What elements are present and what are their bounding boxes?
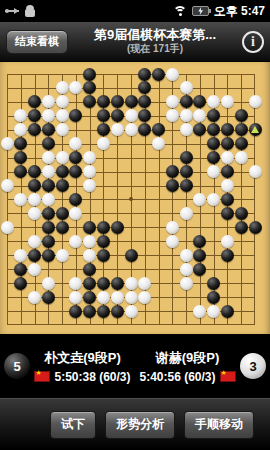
white-stone [249,165,262,178]
black-stone [83,305,96,318]
white-stone [166,68,179,81]
black-stone [56,165,69,178]
black-stone [42,291,55,304]
move-nav-button[interactable]: 手顺移动 [184,411,254,439]
white-stone [125,277,138,290]
black-stone [42,179,55,192]
black-stone [69,305,82,318]
black-stone [166,179,179,192]
white-stone [221,235,234,248]
black-stone [111,305,124,318]
player-left-name: 朴文垚(9段P) [44,349,121,367]
white-stone [97,291,110,304]
black-stone [97,277,110,290]
analysis-button[interactable]: 形势分析 [105,411,175,439]
black-stone [42,207,55,220]
black-stone [83,263,96,276]
white-stone [42,151,55,164]
status-bar: 오후 5:47 [0,0,270,22]
white-stone [125,123,138,136]
white-stone [83,235,96,248]
black-stone [221,193,234,206]
white-stone [111,123,124,136]
black-stone [56,179,69,192]
black-stone [56,221,69,234]
white-stone [166,221,179,234]
player-right-name: 谢赫(9段P) [156,349,220,367]
black-stone [97,221,110,234]
white-stone [180,123,193,136]
player-bar: 5 朴文垚(9段P) 5:50:38 (60/3) 谢赫(9段P) 5:40:5… [0,334,270,398]
black-stone [42,235,55,248]
white-stone [56,123,69,136]
black-stone [138,68,151,81]
white-stone [69,291,82,304]
black-stone [235,123,248,136]
white-stone [180,249,193,262]
black-stone [249,221,262,234]
end-watching-button[interactable]: 结束看棋 [6,30,68,54]
white-stone [28,207,41,220]
white-stone [28,193,41,206]
white-stone [1,137,14,150]
try-move-button[interactable]: 试下 [50,411,96,439]
black-stone [207,277,220,290]
white-stone [221,179,234,192]
white-stone [56,81,69,94]
white-stone [125,305,138,318]
game-title: 第9届倡棋杯本赛第... [68,28,242,43]
black-stone [42,137,55,150]
white-stone [28,291,41,304]
battery-charging-icon [192,6,209,16]
black-stone [14,277,27,290]
black-stone [221,165,234,178]
wifi-icon [173,6,187,17]
white-stone [180,277,193,290]
white-stone [14,249,27,262]
white-stone [56,109,69,122]
white-stone [249,95,262,108]
black-stone [166,165,179,178]
black-stone [83,221,96,234]
white-stone [180,81,193,94]
china-flag-icon [34,371,50,382]
black-stone [125,95,138,108]
white-stone [83,249,96,262]
go-board[interactable] [0,62,270,334]
white-stone [138,277,151,290]
black-stone [221,249,234,262]
black-stone [97,235,110,248]
info-button[interactable]: i [242,31,264,53]
app-screen: 오후 5:47 结束看棋 第9届倡棋杯本赛第... (现在 171手) i 5 … [0,0,270,450]
black-stone [152,68,165,81]
player-right-clock: 5:40:56 (60/3) [139,370,215,384]
china-flag-icon [220,371,236,382]
black-stone [83,277,96,290]
white-stone [69,277,82,290]
black-stone [42,249,55,262]
white-stone [180,109,193,122]
white-stone [125,291,138,304]
black-stone [28,179,41,192]
status-clock: 오후 5:47 [214,3,265,20]
player-left: 朴文垚(9段P) 5:50:38 (60/3) [30,349,135,384]
black-stone [235,221,248,234]
white-stone [28,263,41,276]
white-capture-stone: 3 [240,353,266,379]
white-stone [56,95,69,108]
white-stone [42,277,55,290]
black-stone [235,109,248,122]
title-bar: 结束看棋 第9届倡棋杯本赛第... (现在 171手) i [0,22,270,62]
black-stone [221,305,234,318]
black-capture-stone: 5 [4,353,30,379]
black-stone [125,249,138,262]
black-stone [83,68,96,81]
white-stone [207,305,220,318]
white-stone [42,193,55,206]
white-stone [166,235,179,248]
android-icon [24,5,36,18]
white-stone [193,305,206,318]
black-stone [111,221,124,234]
white-stone [1,179,14,192]
bottom-toolbar: 试下 形势分析 手顺移动 [0,398,270,450]
move-counter: (现在 171手) [68,43,242,55]
black-stone [235,137,248,150]
black-stone [42,221,55,234]
white-stone [180,263,193,276]
black-stone [111,109,124,122]
white-stone [111,291,124,304]
black-stone [180,151,193,164]
player-right: 谢赫(9段P) 5:40:56 (60/3) [135,349,240,384]
usb-icon [5,6,19,16]
black-stone [180,165,193,178]
black-stone [235,207,248,220]
white-stone [56,249,69,262]
black-stone [83,291,96,304]
white-stone [1,221,14,234]
player-left-clock: 5:50:38 (60/3) [54,370,130,384]
white-stone [138,291,151,304]
black-stone [28,249,41,262]
black-stone [56,207,69,220]
white-stone [56,151,69,164]
black-stone [221,207,234,220]
white-stone [125,109,138,122]
black-stone [111,277,124,290]
white-stone [235,151,248,164]
white-stone [28,235,41,248]
last-move-marker-icon [251,126,259,133]
black-stone [97,249,110,262]
black-stone [180,95,193,108]
white-stone [180,207,193,220]
black-stone [180,179,193,192]
white-stone [42,165,55,178]
black-stone [207,291,220,304]
black-stone [97,305,110,318]
black-stone [14,263,27,276]
